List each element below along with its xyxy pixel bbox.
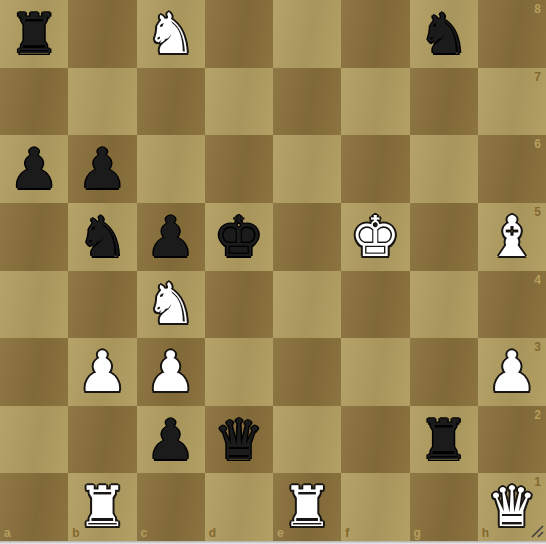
piece-white-rook[interactable]: ♜ (282, 479, 332, 535)
square-b8[interactable] (68, 0, 136, 68)
file-label-c: c (141, 527, 148, 539)
square-h6[interactable]: 6 (478, 135, 546, 203)
square-d3[interactable] (205, 338, 273, 406)
file-label-g: g (414, 527, 421, 539)
square-b4[interactable] (68, 271, 136, 339)
file-label-a: a (4, 527, 11, 539)
square-g4[interactable] (410, 271, 478, 339)
file-label-f: f (345, 527, 349, 539)
square-a6[interactable]: ♟ (0, 135, 68, 203)
piece-black-pawn[interactable]: ♟ (77, 141, 127, 197)
rank-label-8: 8 (534, 3, 541, 15)
square-f8[interactable] (341, 0, 409, 68)
square-b2[interactable] (68, 406, 136, 474)
square-f4[interactable] (341, 271, 409, 339)
square-a1[interactable]: a (0, 473, 68, 541)
piece-white-pawn[interactable]: ♟ (487, 344, 537, 400)
square-c2[interactable]: ♟ (137, 406, 205, 474)
square-c5[interactable]: ♟ (137, 203, 205, 271)
piece-black-knight[interactable]: ♞ (419, 6, 469, 62)
square-e3[interactable] (273, 338, 341, 406)
square-d8[interactable] (205, 0, 273, 68)
square-b3[interactable]: ♟ (68, 338, 136, 406)
square-h4[interactable]: 4 (478, 271, 546, 339)
chess-board: ♜♞♞87♟♟6♞♟♚♚5♝♞4♟♟3♟♟♛♜2ab♜cde♜fg1h♛ (0, 0, 546, 541)
square-h3[interactable]: 3♟ (478, 338, 546, 406)
square-d7[interactable] (205, 68, 273, 136)
piece-white-knight[interactable]: ♞ (146, 6, 196, 62)
square-d4[interactable] (205, 271, 273, 339)
rank-label-7: 7 (534, 71, 541, 83)
piece-black-pawn[interactable]: ♟ (146, 209, 196, 265)
piece-black-queen[interactable]: ♛ (214, 412, 264, 468)
piece-black-pawn[interactable]: ♟ (146, 412, 196, 468)
piece-white-pawn[interactable]: ♟ (77, 344, 127, 400)
square-f1[interactable]: f (341, 473, 409, 541)
square-b5[interactable]: ♞ (68, 203, 136, 271)
square-f7[interactable] (341, 68, 409, 136)
square-b1[interactable]: b♜ (68, 473, 136, 541)
square-e4[interactable] (273, 271, 341, 339)
square-e2[interactable] (273, 406, 341, 474)
square-a7[interactable] (0, 68, 68, 136)
piece-white-rook[interactable]: ♜ (77, 479, 127, 535)
square-h2[interactable]: 2 (478, 406, 546, 474)
square-g2[interactable]: ♜ (410, 406, 478, 474)
square-a4[interactable] (0, 271, 68, 339)
square-g3[interactable] (410, 338, 478, 406)
square-g7[interactable] (410, 68, 478, 136)
square-h5[interactable]: 5♝ (478, 203, 546, 271)
square-g8[interactable]: ♞ (410, 0, 478, 68)
square-a2[interactable] (0, 406, 68, 474)
square-f3[interactable] (341, 338, 409, 406)
square-f2[interactable] (341, 406, 409, 474)
piece-black-rook[interactable]: ♜ (9, 6, 59, 62)
piece-black-king[interactable]: ♚ (214, 209, 264, 265)
square-c6[interactable] (137, 135, 205, 203)
piece-black-rook[interactable]: ♜ (419, 412, 469, 468)
piece-white-knight[interactable]: ♞ (146, 276, 196, 332)
square-c7[interactable] (137, 68, 205, 136)
rank-label-4: 4 (534, 274, 541, 286)
square-e6[interactable] (273, 135, 341, 203)
square-d5[interactable]: ♚ (205, 203, 273, 271)
square-c3[interactable]: ♟ (137, 338, 205, 406)
square-e1[interactable]: e♜ (273, 473, 341, 541)
piece-white-bishop[interactable]: ♝ (487, 209, 537, 265)
square-d6[interactable] (205, 135, 273, 203)
square-f5[interactable]: ♚ (341, 203, 409, 271)
square-g1[interactable]: g (410, 473, 478, 541)
piece-white-king[interactable]: ♚ (350, 209, 400, 265)
rank-label-2: 2 (534, 409, 541, 421)
piece-white-pawn[interactable]: ♟ (146, 344, 196, 400)
square-c4[interactable]: ♞ (137, 271, 205, 339)
square-d2[interactable]: ♛ (205, 406, 273, 474)
square-a5[interactable] (0, 203, 68, 271)
resize-handle-icon[interactable] (530, 524, 544, 538)
square-h8[interactable]: 8 (478, 0, 546, 68)
square-e5[interactable] (273, 203, 341, 271)
square-h7[interactable]: 7 (478, 68, 546, 136)
square-c8[interactable]: ♞ (137, 0, 205, 68)
piece-black-pawn[interactable]: ♟ (9, 141, 59, 197)
square-b6[interactable]: ♟ (68, 135, 136, 203)
square-g6[interactable] (410, 135, 478, 203)
square-e7[interactable] (273, 68, 341, 136)
square-d1[interactable]: d (205, 473, 273, 541)
square-e8[interactable] (273, 0, 341, 68)
square-f6[interactable] (341, 135, 409, 203)
square-c1[interactable]: c (137, 473, 205, 541)
page: ♜♞♞87♟♟6♞♟♚♚5♝♞4♟♟3♟♟♛♜2ab♜cde♜fg1h♛ (0, 0, 546, 544)
square-a8[interactable]: ♜ (0, 0, 68, 68)
piece-black-knight[interactable]: ♞ (77, 209, 127, 265)
square-a3[interactable] (0, 338, 68, 406)
square-g5[interactable] (410, 203, 478, 271)
file-label-d: d (209, 527, 216, 539)
rank-label-6: 6 (534, 138, 541, 150)
square-b7[interactable] (68, 68, 136, 136)
